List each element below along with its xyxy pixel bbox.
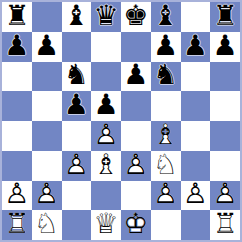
- square-g8[interactable]: [181, 2, 211, 32]
- white-rook[interactable]: ♖: [213, 210, 238, 238]
- square-c3[interactable]: ♙: [62, 151, 92, 181]
- black-pawn[interactable]: ♟: [123, 62, 148, 90]
- square-e6[interactable]: ♟: [121, 62, 151, 92]
- white-rook[interactable]: ♖: [4, 210, 29, 238]
- square-d1[interactable]: ♕: [91, 210, 121, 240]
- square-d7[interactable]: [91, 32, 121, 62]
- square-f8[interactable]: ♝: [151, 2, 181, 32]
- white-bishop[interactable]: ♗: [94, 151, 119, 179]
- white-knight[interactable]: ♘: [34, 210, 59, 238]
- square-g7[interactable]: ♟: [181, 32, 211, 62]
- white-pawn[interactable]: ♙: [183, 181, 208, 209]
- square-f1[interactable]: [151, 210, 181, 240]
- square-h5[interactable]: [210, 91, 240, 121]
- black-pawn[interactable]: ♟: [94, 91, 119, 119]
- square-f7[interactable]: ♟: [151, 32, 181, 62]
- square-e2[interactable]: [121, 181, 151, 211]
- black-bishop[interactable]: ♝: [153, 2, 178, 30]
- black-bishop[interactable]: ♝: [64, 2, 89, 30]
- square-c7[interactable]: [62, 32, 92, 62]
- square-a1[interactable]: ♖: [2, 210, 32, 240]
- square-g3[interactable]: [181, 151, 211, 181]
- square-e7[interactable]: [121, 32, 151, 62]
- black-queen[interactable]: ♛: [94, 2, 119, 30]
- square-f5[interactable]: [151, 91, 181, 121]
- square-c1[interactable]: [62, 210, 92, 240]
- square-d8[interactable]: ♛: [91, 2, 121, 32]
- square-g4[interactable]: [181, 121, 211, 151]
- square-g2[interactable]: ♙: [181, 181, 211, 211]
- square-e8[interactable]: ♚: [121, 2, 151, 32]
- square-a7[interactable]: ♟: [2, 32, 32, 62]
- square-f2[interactable]: ♙: [151, 181, 181, 211]
- square-c5[interactable]: ♟: [62, 91, 92, 121]
- square-h6[interactable]: [210, 62, 240, 92]
- square-f6[interactable]: ♞: [151, 62, 181, 92]
- white-pawn[interactable]: ♙: [94, 121, 119, 149]
- square-e3[interactable]: ♙: [121, 151, 151, 181]
- square-b8[interactable]: [32, 2, 62, 32]
- chess-board: ♜♝♛♚♝♜♟♟♟♟♟♞♟♞♟♟♙♗♙♗♙♘♙♙♙♙♙♖♘♕♔♖: [0, 0, 242, 242]
- black-pawn[interactable]: ♟: [153, 32, 178, 60]
- square-g6[interactable]: [181, 62, 211, 92]
- square-e5[interactable]: [121, 91, 151, 121]
- square-b5[interactable]: [32, 91, 62, 121]
- white-knight[interactable]: ♘: [153, 151, 178, 179]
- square-h1[interactable]: ♖: [210, 210, 240, 240]
- square-h7[interactable]: ♟: [210, 32, 240, 62]
- black-rook[interactable]: ♜: [4, 2, 29, 30]
- white-pawn[interactable]: ♙: [123, 151, 148, 179]
- square-e4[interactable]: [121, 121, 151, 151]
- square-b1[interactable]: ♘: [32, 210, 62, 240]
- square-d3[interactable]: ♗: [91, 151, 121, 181]
- black-pawn[interactable]: ♟: [213, 32, 238, 60]
- square-a6[interactable]: [2, 62, 32, 92]
- black-knight[interactable]: ♞: [153, 62, 178, 90]
- black-knight[interactable]: ♞: [64, 62, 89, 90]
- square-a4[interactable]: [2, 121, 32, 151]
- black-pawn[interactable]: ♟: [4, 32, 29, 60]
- square-f4[interactable]: ♗: [151, 121, 181, 151]
- square-b2[interactable]: ♙: [32, 181, 62, 211]
- square-a2[interactable]: ♙: [2, 181, 32, 211]
- square-g1[interactable]: [181, 210, 211, 240]
- black-rook[interactable]: ♜: [213, 2, 238, 30]
- square-h8[interactable]: ♜: [210, 2, 240, 32]
- square-f3[interactable]: ♘: [151, 151, 181, 181]
- square-c4[interactable]: [62, 121, 92, 151]
- square-d2[interactable]: [91, 181, 121, 211]
- white-pawn[interactable]: ♙: [4, 181, 29, 209]
- black-pawn[interactable]: ♟: [183, 32, 208, 60]
- square-b7[interactable]: ♟: [32, 32, 62, 62]
- square-g5[interactable]: [181, 91, 211, 121]
- square-d6[interactable]: [91, 62, 121, 92]
- white-pawn[interactable]: ♙: [34, 181, 59, 209]
- square-a3[interactable]: [2, 151, 32, 181]
- square-h3[interactable]: [210, 151, 240, 181]
- black-pawn[interactable]: ♟: [34, 32, 59, 60]
- square-h2[interactable]: ♙: [210, 181, 240, 211]
- black-king[interactable]: ♚: [123, 2, 148, 30]
- square-c8[interactable]: ♝: [62, 2, 92, 32]
- chess-board-grid: ♜♝♛♚♝♜♟♟♟♟♟♞♟♞♟♟♙♗♙♗♙♘♙♙♙♙♙♖♘♕♔♖: [2, 2, 240, 240]
- square-d5[interactable]: ♟: [91, 91, 121, 121]
- square-c2[interactable]: [62, 181, 92, 211]
- white-bishop[interactable]: ♗: [153, 121, 178, 149]
- square-d4[interactable]: ♙: [91, 121, 121, 151]
- square-e1[interactable]: ♔: [121, 210, 151, 240]
- square-b3[interactable]: [32, 151, 62, 181]
- black-pawn[interactable]: ♟: [64, 91, 89, 119]
- white-pawn[interactable]: ♙: [64, 151, 89, 179]
- white-queen[interactable]: ♕: [94, 210, 119, 238]
- white-pawn[interactable]: ♙: [213, 181, 238, 209]
- square-b4[interactable]: [32, 121, 62, 151]
- white-pawn[interactable]: ♙: [153, 181, 178, 209]
- square-c6[interactable]: ♞: [62, 62, 92, 92]
- square-a5[interactable]: [2, 91, 32, 121]
- square-a8[interactable]: ♜: [2, 2, 32, 32]
- square-b6[interactable]: [32, 62, 62, 92]
- white-king[interactable]: ♔: [123, 210, 148, 238]
- square-h4[interactable]: [210, 121, 240, 151]
